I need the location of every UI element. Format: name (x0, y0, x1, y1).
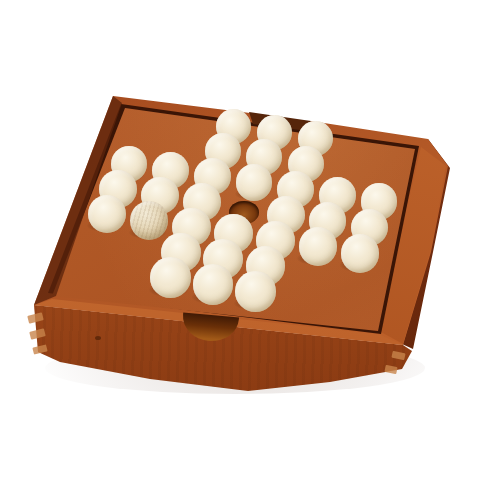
peg-ball-r5c6[interactable] (299, 227, 338, 266)
peg-ball-r7c5[interactable] (235, 271, 276, 312)
peg-ball-r7c3[interactable] (150, 257, 191, 298)
peg-ball-r5c2[interactable] (130, 201, 169, 240)
peg-ball-r5c7[interactable] (341, 234, 380, 273)
peg-board-grid (0, 0, 500, 500)
peg-ball-r7c4[interactable] (193, 264, 234, 305)
product-photo (0, 0, 500, 500)
